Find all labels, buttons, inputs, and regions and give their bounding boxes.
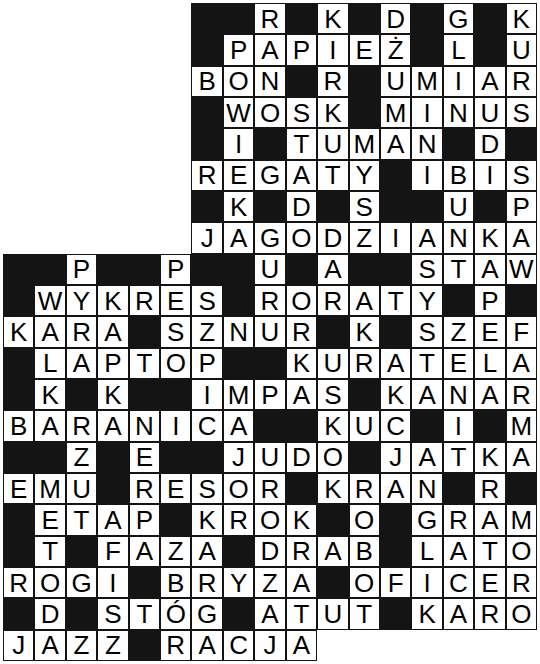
letter-cell-r5c8[interactable]: G [254,160,285,191]
letter-cell-r6c14[interactable]: U [443,191,474,222]
outside-area-r5c0 [3,160,34,191]
letter-cell-r7c7[interactable]: A [223,222,254,253]
letter-cell-r5c10[interactable]: T [317,160,348,191]
letter-cell-r9c13[interactable]: Y [411,285,442,316]
letter-cell-r13c1[interactable]: A [34,410,65,441]
letter-cell-r11c3[interactable]: P [97,348,128,379]
letter-cell-r20c0[interactable]: J [3,630,34,661]
letter-cell-r8c8[interactable]: U [254,254,285,285]
black-cell-r14c5 [160,442,191,473]
letter-cell-r13c3[interactable]: A [97,410,128,441]
outside-area-r4c2 [66,128,97,159]
black-cell-r0c9 [286,3,317,34]
black-cell-r6c10 [317,191,348,222]
letter-cell-r7c9[interactable]: O [286,222,317,253]
letter-cell-r3c9[interactable]: S [286,97,317,128]
letter-cell-r13c0[interactable]: B [3,410,34,441]
letter-cell-r18c13[interactable]: I [411,567,442,598]
letter-cell-r20c5[interactable]: R [160,630,191,661]
letter-cell-r16c2[interactable]: T [66,504,97,535]
letter-cell-r18c12[interactable]: F [380,567,411,598]
outside-area-r1c2 [66,34,97,65]
letter-cell-r15c1[interactable]: M [34,473,65,504]
letter-cell-r18c9[interactable]: A [286,567,317,598]
black-cell-r17c0 [3,536,34,567]
letter-cell-r12c10[interactable]: S [317,379,348,410]
letter-cell-r19c6[interactable]: G [191,598,222,629]
outside-area-r20c10 [317,630,348,661]
letter-cell-r18c7[interactable]: Y [223,567,254,598]
letter-cell-r6c11[interactable]: S [349,191,380,222]
letter-cell-r6c9[interactable]: D [286,191,317,222]
letter-cell-r13c6[interactable]: C [191,410,222,441]
outside-area-r6c2 [66,191,97,222]
letter-cell-r13c11[interactable]: U [349,410,380,441]
letter-cell-r9c10[interactable]: R [317,285,348,316]
letter-cell-r9c1[interactable]: W [34,285,65,316]
letter-cell-r17c16[interactable]: O [506,536,537,567]
letter-cell-r10c1[interactable]: A [34,316,65,347]
letter-cell-r8c2[interactable]: P [66,254,97,285]
letter-cell-r15c5[interactable]: E [160,473,191,504]
black-cell-r4c14 [443,128,474,159]
letter-cell-r7c14[interactable]: N [443,222,474,253]
black-cell-r4c6 [191,128,222,159]
letter-cell-r12c3[interactable]: K [97,379,128,410]
letter-cell-r8c13[interactable]: S [411,254,442,285]
outside-area-r20c15 [474,630,505,661]
outside-area-r1c0 [3,34,34,65]
letter-cell-r16c6[interactable]: K [191,504,222,535]
letter-cell-r11c1[interactable]: L [34,348,65,379]
letter-cell-r17c5[interactable]: Z [160,536,191,567]
outside-area-r20c12 [380,630,411,661]
letter-cell-r4c10[interactable]: U [317,128,348,159]
letter-cell-r3c14[interactable]: N [443,97,474,128]
letter-cell-r16c15[interactable]: A [474,504,505,535]
letter-cell-r3c10[interactable]: K [317,97,348,128]
letter-cell-r14c7[interactable]: J [223,442,254,473]
letter-cell-r20c6[interactable]: A [191,630,222,661]
letter-cell-r7c12[interactable]: I [380,222,411,253]
letter-cell-r20c3[interactable]: Z [97,630,128,661]
outside-area-r5c3 [97,160,128,191]
letter-cell-r18c0[interactable]: R [3,567,34,598]
letter-cell-r10c13[interactable]: S [411,316,442,347]
letter-cell-r0c12[interactable]: D [380,3,411,34]
black-cell-r1c15 [474,34,505,65]
letter-cell-r19c15[interactable]: R [474,598,505,629]
letter-cell-r10c14[interactable]: Z [443,316,474,347]
black-cell-r5c12 [380,160,411,191]
black-cell-r17c12 [380,536,411,567]
letter-cell-r1c9[interactable]: P [286,34,317,65]
black-cell-r8c4 [129,254,160,285]
letter-cell-r8c15[interactable]: A [474,254,505,285]
letter-cell-r18c11[interactable]: O [349,567,380,598]
letter-cell-r2c7[interactable]: O [223,66,254,97]
black-cell-r10c10 [317,316,348,347]
letter-cell-r12c9[interactable]: A [286,379,317,410]
letter-cell-r11c2[interactable]: A [66,348,97,379]
letter-cell-r11c14[interactable]: E [443,348,474,379]
letter-cell-r3c7[interactable]: W [223,97,254,128]
outside-area-r3c5 [160,97,191,128]
letter-cell-r1c12[interactable]: Ż [380,34,411,65]
letter-cell-r19c3[interactable]: S [97,598,128,629]
black-cell-r10c12 [380,316,411,347]
letter-cell-r10c9[interactable]: R [286,316,317,347]
letter-cell-r8c14[interactable]: T [443,254,474,285]
outside-area-r3c4 [129,97,160,128]
letter-cell-r14c14[interactable]: T [443,442,474,473]
letter-cell-r11c6[interactable]: P [191,348,222,379]
black-cell-r9c14 [443,285,474,316]
outside-area-r6c0 [3,191,34,222]
letter-cell-r5c11[interactable]: Y [349,160,380,191]
letter-cell-r7c6[interactable]: J [191,222,222,253]
letter-cell-r15c2[interactable]: U [66,473,97,504]
letter-cell-r11c4[interactable]: T [129,348,160,379]
letter-cell-r7c13[interactable]: A [411,222,442,253]
letter-cell-r19c9[interactable]: T [286,598,317,629]
outside-area-r0c3 [97,3,128,34]
letter-cell-r16c9[interactable]: K [286,504,317,535]
letter-cell-r0c10[interactable]: K [317,3,348,34]
letter-cell-r7c10[interactable]: D [317,222,348,253]
letter-cell-r17c14[interactable]: A [443,536,474,567]
letter-cell-r4c13[interactable]: N [411,128,442,159]
letter-cell-r17c6[interactable]: A [191,536,222,567]
black-cell-r10c4 [129,316,160,347]
letter-cell-r17c10[interactable]: A [317,536,348,567]
letter-cell-r11c16[interactable]: A [506,348,537,379]
letter-cell-r12c13[interactable]: A [411,379,442,410]
black-cell-r15c14 [443,473,474,504]
letter-cell-r3c16[interactable]: S [506,97,537,128]
letter-cell-r5c14[interactable]: B [443,160,474,191]
outside-area-r1c4 [129,34,160,65]
letter-cell-r18c6[interactable]: R [191,567,222,598]
letter-cell-r4c9[interactable]: T [286,128,317,159]
letter-cell-r13c4[interactable]: N [129,410,160,441]
letter-cell-r10c6[interactable]: Z [191,316,222,347]
outside-area-r6c3 [97,191,128,222]
letter-cell-r13c2[interactable]: R [66,410,97,441]
letter-cell-r16c1[interactable]: E [34,504,65,535]
black-cell-r14c1 [34,442,65,473]
outside-area-r4c3 [97,128,128,159]
letter-cell-r0c14[interactable]: G [443,3,474,34]
black-cell-r19c2 [66,598,97,629]
letter-cell-r11c12[interactable]: A [380,348,411,379]
letter-cell-r10c3[interactable]: A [97,316,128,347]
letter-cell-r11c11[interactable]: R [349,348,380,379]
outside-area-r1c3 [97,34,128,65]
letter-cell-r14c16[interactable]: A [506,442,537,473]
letter-cell-r9c4[interactable]: R [129,285,160,316]
letter-cell-r9c9[interactable]: O [286,285,317,316]
black-cell-r12c0 [3,379,34,410]
letter-cell-r14c9[interactable]: D [286,442,317,473]
black-cell-r0c11 [349,3,380,34]
letter-cell-r1c14[interactable]: L [443,34,474,65]
letter-cell-r7c15[interactable]: K [474,222,505,253]
black-cell-r13c8 [254,410,285,441]
outside-area-r3c1 [34,97,65,128]
letter-cell-r1c16[interactable]: U [506,34,537,65]
black-cell-r20c4 [129,630,160,661]
letter-cell-r14c2[interactable]: Z [66,442,97,473]
letter-cell-r9c6[interactable]: S [191,285,222,316]
letter-cell-r19c13[interactable]: K [411,598,442,629]
letter-cell-r2c6[interactable]: B [191,66,222,97]
letter-cell-r2c13[interactable]: M [411,66,442,97]
letter-cell-r5c16[interactable]: S [506,160,537,191]
letter-cell-r13c5[interactable]: I [160,410,191,441]
letter-cell-r7c16[interactable]: A [506,222,537,253]
letter-cell-r19c5[interactable]: Ó [160,598,191,629]
letter-cell-r20c8[interactable]: J [254,630,285,661]
letter-cell-r15c6[interactable]: S [191,473,222,504]
letter-cell-r19c8[interactable]: A [254,598,285,629]
letter-cell-r9c3[interactable]: K [97,285,128,316]
letter-cell-r14c8[interactable]: U [254,442,285,473]
letter-cell-r18c3[interactable]: I [97,567,128,598]
letter-cell-r7c11[interactable]: Z [349,222,380,253]
letter-cell-r5c7[interactable]: E [223,160,254,191]
letter-cell-r8c10[interactable]: A [317,254,348,285]
letter-cell-r16c8[interactable]: O [254,504,285,535]
letter-cell-r14c15[interactable]: K [474,442,505,473]
black-cell-r16c12 [380,504,411,535]
letter-cell-r15c15[interactable]: R [474,473,505,504]
outside-area-r6c4 [129,191,160,222]
letter-cell-r11c5[interactable]: O [160,348,191,379]
outside-area-r3c0 [3,97,34,128]
outside-area-r5c5 [160,160,191,191]
letter-cell-r3c12[interactable]: M [380,97,411,128]
letter-cell-r19c1[interactable]: D [34,598,65,629]
letter-cell-r9c8[interactable]: R [254,285,285,316]
letter-cell-r0c8[interactable]: R [254,3,285,34]
letter-cell-r11c10[interactable]: U [317,348,348,379]
letter-cell-r10c2[interactable]: R [66,316,97,347]
outside-area-r7c1 [34,222,65,253]
black-cell-r1c13 [411,34,442,65]
letter-cell-r5c13[interactable]: I [411,160,442,191]
letter-cell-r13c7[interactable]: A [223,410,254,441]
outside-area-r3c3 [97,97,128,128]
letter-cell-r11c15[interactable]: L [474,348,505,379]
letter-cell-r18c1[interactable]: O [34,567,65,598]
letter-cell-r12c1[interactable]: K [34,379,65,410]
letter-cell-r6c16[interactable]: P [506,191,537,222]
letter-cell-r18c5[interactable]: B [160,567,191,598]
outside-area-r6c5 [160,191,191,222]
letter-cell-r16c14[interactable]: R [443,504,474,535]
black-cell-r6c12 [380,191,411,222]
letter-cell-r10c16[interactable]: F [506,316,537,347]
letter-cell-r15c11[interactable]: R [349,473,380,504]
letter-cell-r19c11[interactable]: T [349,598,380,629]
letter-cell-r9c5[interactable]: E [160,285,191,316]
letter-cell-r3c15[interactable]: U [474,97,505,128]
letter-cell-r15c13[interactable]: N [411,473,442,504]
black-cell-r0c15 [474,3,505,34]
black-cell-r0c6 [191,3,222,34]
letter-cell-r18c2[interactable]: G [66,567,97,598]
black-cell-r3c11 [349,97,380,128]
black-cell-r9c0 [3,285,34,316]
letter-cell-r14c10[interactable]: O [317,442,348,473]
letter-cell-r19c16[interactable]: O [506,598,537,629]
letter-cell-r15c0[interactable]: E [3,473,34,504]
letter-cell-r9c12[interactable]: T [380,285,411,316]
outside-area-r0c0 [3,3,34,34]
letter-cell-r17c4[interactable]: A [129,536,160,567]
letter-cell-r19c4[interactable]: T [129,598,160,629]
letter-cell-r16c11[interactable]: O [349,504,380,535]
letter-cell-r20c7[interactable]: C [223,630,254,661]
black-cell-r14c6 [191,442,222,473]
letter-cell-r2c16[interactable]: R [506,66,537,97]
letter-cell-r12c16[interactable]: R [506,379,537,410]
letter-cell-r16c7[interactable]: R [223,504,254,535]
letter-cell-r8c5[interactable]: P [160,254,191,285]
letter-cell-r17c9[interactable]: R [286,536,317,567]
letter-cell-r17c15[interactable]: T [474,536,505,567]
black-cell-r16c5 [160,504,191,535]
letter-cell-r3c8[interactable]: O [254,97,285,128]
letter-cell-r11c13[interactable]: T [411,348,442,379]
letter-cell-r10c5[interactable]: S [160,316,191,347]
letter-cell-r15c12[interactable]: A [380,473,411,504]
letter-cell-r12c7[interactable]: M [223,379,254,410]
letter-cell-r14c12[interactable]: J [380,442,411,473]
letter-cell-r2c10[interactable]: R [317,66,348,97]
letter-cell-r12c8[interactable]: P [254,379,285,410]
letter-cell-r0c16[interactable]: K [506,3,537,34]
letter-cell-r2c8[interactable]: N [254,66,285,97]
letter-cell-r17c3[interactable]: F [97,536,128,567]
black-cell-r15c16 [506,473,537,504]
letter-cell-r4c7[interactable]: I [223,128,254,159]
letter-cell-r18c8[interactable]: Z [254,567,285,598]
letter-cell-r12c14[interactable]: N [443,379,474,410]
letter-cell-r10c0[interactable]: K [3,316,34,347]
letter-cell-r9c2[interactable]: Y [66,285,97,316]
letter-cell-r13c14[interactable]: I [443,410,474,441]
letter-cell-r3c13[interactable]: I [411,97,442,128]
black-cell-r4c8 [254,128,285,159]
letter-cell-r11c9[interactable]: K [286,348,317,379]
letter-cell-r19c10[interactable]: U [317,598,348,629]
black-cell-r13c15 [474,410,505,441]
letter-cell-r4c15[interactable]: D [474,128,505,159]
letter-cell-r15c7[interactable]: O [223,473,254,504]
letter-cell-r12c6[interactable]: I [191,379,222,410]
black-cell-r18c4 [129,567,160,598]
outside-area-r2c5 [160,66,191,97]
letter-cell-r14c4[interactable]: E [129,442,160,473]
letter-cell-r16c3[interactable]: A [97,504,128,535]
letter-cell-r2c12[interactable]: U [380,66,411,97]
letter-cell-r20c2[interactable]: Z [66,630,97,661]
outside-area-r0c4 [129,3,160,34]
black-cell-r14c0 [3,442,34,473]
letter-cell-r10c7[interactable]: N [223,316,254,347]
letter-cell-r16c13[interactable]: G [411,504,442,535]
letter-cell-r5c9[interactable]: A [286,160,317,191]
black-cell-r1c6 [191,34,222,65]
letter-cell-r13c16[interactable]: M [506,410,537,441]
letter-cell-r4c11[interactable]: M [349,128,380,159]
outside-area-r5c1 [34,160,65,191]
letter-cell-r2c14[interactable]: I [443,66,474,97]
outside-area-r4c5 [160,128,191,159]
letter-cell-r10c8[interactable]: U [254,316,285,347]
letter-cell-r17c1[interactable]: T [34,536,65,567]
letter-cell-r7c8[interactable]: G [254,222,285,253]
letter-cell-r14c13[interactable]: A [411,442,442,473]
letter-cell-r10c11[interactable]: K [349,316,380,347]
letter-cell-r8c16[interactable]: W [506,254,537,285]
outside-area-r20c11 [349,630,380,661]
letter-cell-r16c16[interactable]: M [506,504,537,535]
letter-cell-r1c11[interactable]: E [349,34,380,65]
letter-cell-r9c11[interactable]: A [349,285,380,316]
black-cell-r11c7 [223,348,254,379]
letter-cell-r15c10[interactable]: K [317,473,348,504]
letter-cell-r5c15[interactable]: I [474,160,505,191]
black-cell-r8c3 [97,254,128,285]
letter-cell-r12c15[interactable]: A [474,379,505,410]
letter-cell-r20c1[interactable]: A [34,630,65,661]
letter-cell-r6c7[interactable]: K [223,191,254,222]
letter-cell-r1c8[interactable]: A [254,34,285,65]
letter-cell-r9c15[interactable]: P [474,285,505,316]
outside-area-r0c1 [34,3,65,34]
letter-cell-r2c15[interactable]: A [474,66,505,97]
letter-cell-r13c12[interactable]: C [380,410,411,441]
black-cell-r16c10 [317,504,348,535]
letter-cell-r17c8[interactable]: D [254,536,285,567]
letter-cell-r18c15[interactable]: E [474,567,505,598]
letter-cell-r13c10[interactable]: K [317,410,348,441]
letter-cell-r17c11[interactable]: B [349,536,380,567]
letter-cell-r20c9[interactable]: A [286,630,317,661]
letter-cell-r18c16[interactable]: R [506,567,537,598]
letter-cell-r5c6[interactable]: R [191,160,222,191]
letter-cell-r18c14[interactable]: C [443,567,474,598]
black-cell-r6c8 [254,191,285,222]
letter-cell-r10c15[interactable]: E [474,316,505,347]
letter-cell-r16c4[interactable]: P [129,504,160,535]
letter-cell-r15c4[interactable]: R [129,473,160,504]
letter-cell-r1c7[interactable]: P [223,34,254,65]
black-cell-r12c2 [66,379,97,410]
letter-cell-r4c12[interactable]: A [380,128,411,159]
letter-cell-r1c10[interactable]: I [317,34,348,65]
black-cell-r2c9 [286,66,317,97]
letter-cell-r19c14[interactable]: A [443,598,474,629]
letter-cell-r15c8[interactable]: R [254,473,285,504]
letter-cell-r17c13[interactable]: L [411,536,442,567]
letter-cell-r12c12[interactable]: K [380,379,411,410]
outside-area-r2c0 [3,66,34,97]
black-cell-r0c13 [411,3,442,34]
